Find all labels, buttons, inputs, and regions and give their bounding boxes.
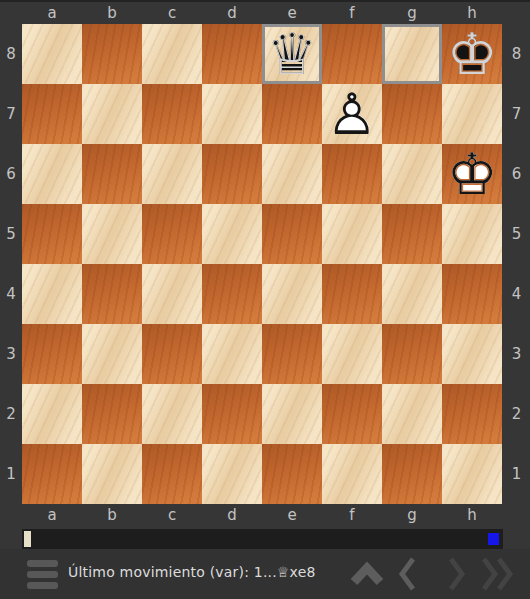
square-e4[interactable] bbox=[262, 264, 322, 324]
file-label-g: g bbox=[382, 2, 442, 24]
square-b4[interactable] bbox=[82, 264, 142, 324]
file-label-a: a bbox=[22, 2, 82, 24]
square-b1[interactable] bbox=[82, 444, 142, 504]
square-d2[interactable] bbox=[202, 384, 262, 444]
square-c4[interactable] bbox=[142, 264, 202, 324]
rank-label-8: 8 bbox=[0, 24, 22, 84]
square-h1[interactable] bbox=[442, 444, 502, 504]
square-d4[interactable] bbox=[202, 264, 262, 324]
square-a2[interactable] bbox=[22, 384, 82, 444]
piece-white-pawn[interactable]: ♟♙ bbox=[322, 84, 382, 144]
file-label-c: c bbox=[142, 2, 202, 24]
square-g7[interactable] bbox=[382, 84, 442, 144]
nav-previous-icon[interactable] bbox=[397, 556, 417, 592]
rank-label-4: 4 bbox=[503, 264, 530, 324]
rank-label-3: 3 bbox=[503, 324, 530, 384]
square-b8[interactable] bbox=[82, 24, 142, 84]
square-h6[interactable]: ♚♔ bbox=[442, 144, 502, 204]
nav-up-icon[interactable] bbox=[350, 561, 384, 587]
square-a7[interactable] bbox=[22, 84, 82, 144]
square-e3[interactable] bbox=[262, 324, 322, 384]
piece-black-queen[interactable]: ♛♕ bbox=[262, 24, 322, 84]
square-c7[interactable] bbox=[142, 84, 202, 144]
square-h3[interactable] bbox=[442, 324, 502, 384]
square-c1[interactable] bbox=[142, 444, 202, 504]
last-move-text: Último movimiento (var): 1...♕xe8 bbox=[68, 549, 316, 595]
square-g1[interactable] bbox=[382, 444, 442, 504]
square-c5[interactable] bbox=[142, 204, 202, 264]
square-d5[interactable] bbox=[202, 204, 262, 264]
square-f3[interactable] bbox=[322, 324, 382, 384]
rank-labels-right: 87654321 bbox=[503, 24, 530, 504]
square-d7[interactable] bbox=[202, 84, 262, 144]
file-labels-top: abcdefgh bbox=[22, 2, 502, 24]
rank-label-1: 1 bbox=[503, 444, 530, 504]
square-g4[interactable] bbox=[382, 264, 442, 324]
square-a6[interactable] bbox=[22, 144, 82, 204]
rank-label-2: 2 bbox=[0, 384, 22, 444]
menu-bar bbox=[27, 582, 58, 589]
square-f7[interactable]: ♟♙ bbox=[322, 84, 382, 144]
square-d1[interactable] bbox=[202, 444, 262, 504]
square-g5[interactable] bbox=[382, 204, 442, 264]
file-label-h: h bbox=[442, 504, 502, 526]
square-b3[interactable] bbox=[82, 324, 142, 384]
rank-label-5: 5 bbox=[503, 204, 530, 264]
square-f1[interactable] bbox=[322, 444, 382, 504]
square-h4[interactable] bbox=[442, 264, 502, 324]
square-f8[interactable] bbox=[322, 24, 382, 84]
square-g3[interactable] bbox=[382, 324, 442, 384]
square-a1[interactable] bbox=[22, 444, 82, 504]
bottom-control-bar: Último movimiento (var): 1...♕xe8 bbox=[0, 549, 530, 599]
square-c6[interactable] bbox=[142, 144, 202, 204]
scrubber-current-position-marker[interactable] bbox=[488, 533, 499, 545]
square-h8[interactable]: ♚♔ bbox=[442, 24, 502, 84]
chess-board: ♛♕♚♔♟♙♚♔ bbox=[22, 24, 502, 504]
square-c2[interactable] bbox=[142, 384, 202, 444]
square-h7[interactable] bbox=[442, 84, 502, 144]
square-e1[interactable] bbox=[262, 444, 322, 504]
rank-label-4: 4 bbox=[0, 264, 22, 324]
square-b5[interactable] bbox=[82, 204, 142, 264]
square-e6[interactable] bbox=[262, 144, 322, 204]
file-label-f: f bbox=[322, 504, 382, 526]
rank-label-7: 7 bbox=[0, 84, 22, 144]
move-scrubber[interactable] bbox=[22, 529, 503, 549]
square-a5[interactable] bbox=[22, 204, 82, 264]
file-label-a: a bbox=[22, 504, 82, 526]
file-label-e: e bbox=[262, 504, 322, 526]
square-a8[interactable] bbox=[22, 24, 82, 84]
square-a3[interactable] bbox=[22, 324, 82, 384]
square-f5[interactable] bbox=[322, 204, 382, 264]
square-a4[interactable] bbox=[22, 264, 82, 324]
square-d6[interactable] bbox=[202, 144, 262, 204]
square-h2[interactable] bbox=[442, 384, 502, 444]
rank-label-2: 2 bbox=[503, 384, 530, 444]
square-d8[interactable] bbox=[202, 24, 262, 84]
menu-icon[interactable] bbox=[27, 560, 58, 589]
square-f6[interactable] bbox=[322, 144, 382, 204]
square-e2[interactable] bbox=[262, 384, 322, 444]
square-d3[interactable] bbox=[202, 324, 262, 384]
square-e7[interactable] bbox=[262, 84, 322, 144]
file-labels-bottom: abcdefgh bbox=[22, 504, 502, 526]
menu-bar bbox=[27, 560, 58, 567]
square-f4[interactable] bbox=[322, 264, 382, 324]
square-c8[interactable] bbox=[142, 24, 202, 84]
square-b2[interactable] bbox=[82, 384, 142, 444]
piece-white-king[interactable]: ♚♔ bbox=[442, 144, 502, 204]
square-e5[interactable] bbox=[262, 204, 322, 264]
rank-label-8: 8 bbox=[503, 24, 530, 84]
nav-last-icon[interactable] bbox=[480, 556, 516, 592]
file-label-e: e bbox=[262, 2, 322, 24]
file-label-d: d bbox=[202, 504, 262, 526]
rank-label-6: 6 bbox=[0, 144, 22, 204]
piece-black-king[interactable]: ♚♔ bbox=[442, 24, 502, 84]
rank-label-1: 1 bbox=[0, 444, 22, 504]
rank-labels-left: 87654321 bbox=[0, 24, 22, 504]
file-label-g: g bbox=[382, 504, 442, 526]
nav-next-icon[interactable] bbox=[447, 556, 467, 592]
file-label-b: b bbox=[82, 504, 142, 526]
square-g6[interactable] bbox=[382, 144, 442, 204]
file-label-f: f bbox=[322, 2, 382, 24]
square-e8[interactable]: ♛♕ bbox=[262, 24, 322, 84]
rank-label-6: 6 bbox=[503, 144, 530, 204]
file-label-h: h bbox=[442, 2, 502, 24]
square-g8[interactable] bbox=[382, 24, 442, 84]
rank-label-5: 5 bbox=[0, 204, 22, 264]
square-g2[interactable] bbox=[382, 384, 442, 444]
file-label-c: c bbox=[142, 504, 202, 526]
square-h5[interactable] bbox=[442, 204, 502, 264]
rank-label-7: 7 bbox=[503, 84, 530, 144]
square-c3[interactable] bbox=[142, 324, 202, 384]
file-label-d: d bbox=[202, 2, 262, 24]
file-label-b: b bbox=[82, 2, 142, 24]
menu-bar bbox=[27, 571, 58, 578]
square-b7[interactable] bbox=[82, 84, 142, 144]
rank-label-3: 3 bbox=[0, 324, 22, 384]
square-f2[interactable] bbox=[322, 384, 382, 444]
navigation-controls bbox=[337, 549, 516, 599]
scrubber-start-marker bbox=[24, 531, 31, 547]
square-b6[interactable] bbox=[82, 144, 142, 204]
